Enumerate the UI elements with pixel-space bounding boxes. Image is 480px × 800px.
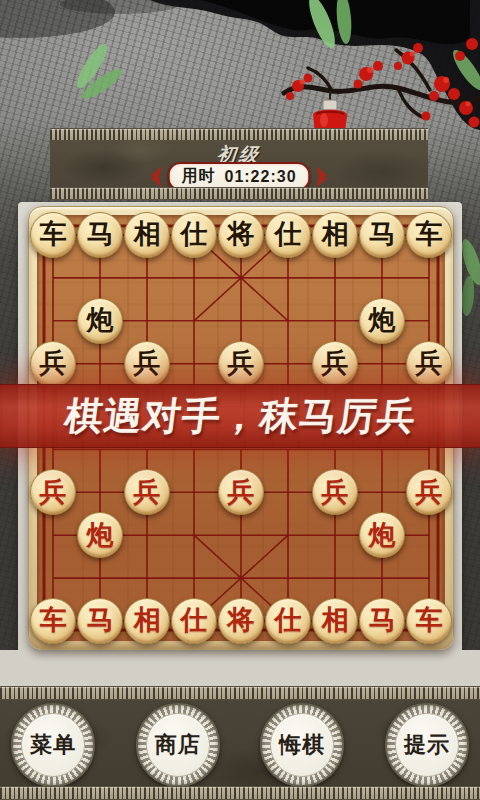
board-cell[interactable] — [359, 557, 406, 600]
piece-character: 兵 — [228, 479, 255, 506]
board-cell[interactable] — [265, 299, 312, 342]
hint-button[interactable]: 提示 — [385, 703, 469, 787]
piece-character: 炮 — [369, 307, 396, 334]
flourish-left-icon — [147, 166, 163, 188]
piece-red-soldier[interactable]: 兵 — [218, 469, 264, 515]
piece-red-elephant[interactable]: 相 — [124, 598, 170, 644]
piece-black-elephant[interactable]: 相 — [124, 212, 170, 258]
piece-character: 兵 — [40, 350, 67, 377]
piece-character: 炮 — [87, 307, 114, 334]
piece-red-soldier[interactable]: 兵 — [30, 469, 76, 515]
board-cell[interactable] — [30, 299, 77, 342]
toolbar-buttons: 菜单商店悔棋提示 — [0, 703, 480, 787]
piece-black-chariot[interactable]: 车 — [30, 212, 76, 258]
board-cell[interactable]: 相 — [124, 599, 171, 642]
banner-text: 棋遇对手，秣马厉兵 — [61, 391, 418, 442]
board-cell[interactable] — [171, 514, 218, 557]
board-cell[interactable]: 兵 — [124, 471, 171, 514]
board-cell[interactable] — [171, 471, 218, 514]
board-cell[interactable] — [406, 557, 453, 600]
meander-border-bottom — [0, 786, 480, 800]
timer-label: 用时 — [181, 166, 215, 187]
piece-black-general[interactable]: 将 — [218, 212, 264, 258]
button-label: 菜单 — [30, 730, 76, 760]
timer-badge: 用时 01:22:30 — [147, 164, 330, 189]
piece-character: 车 — [40, 607, 67, 634]
piece-black-soldier[interactable]: 兵 — [124, 341, 170, 387]
board-cell[interactable] — [312, 557, 359, 600]
piece-character: 马 — [87, 221, 114, 248]
board-cell[interactable] — [30, 514, 77, 557]
board-cell[interactable]: 仕 — [265, 214, 312, 257]
piece-black-advisor[interactable]: 仕 — [171, 212, 217, 258]
board-cell[interactable]: 车 — [30, 214, 77, 257]
board-cell[interactable] — [77, 471, 124, 514]
board-cell[interactable]: 车 — [406, 599, 453, 642]
board-cell[interactable]: 仕 — [265, 599, 312, 642]
board-cell[interactable]: 车 — [406, 214, 453, 257]
piece-black-soldier[interactable]: 兵 — [30, 341, 76, 387]
board-cell[interactable]: 兵 — [30, 342, 77, 385]
undo-button[interactable]: 悔棋 — [260, 703, 344, 787]
piece-red-soldier[interactable]: 兵 — [312, 469, 358, 515]
piece-red-advisor[interactable]: 仕 — [171, 598, 217, 644]
timer-value: 01:22:30 — [224, 168, 296, 186]
button-label: 悔棋 — [279, 730, 325, 760]
board-cell[interactable]: 将 — [218, 599, 265, 642]
board-cell[interactable] — [265, 557, 312, 600]
board-cell[interactable]: 车 — [30, 599, 77, 642]
board-cell[interactable]: 兵 — [406, 342, 453, 385]
button-face: 悔棋 — [270, 713, 334, 777]
meander-border-top — [50, 128, 428, 141]
piece-black-chariot[interactable]: 车 — [406, 212, 452, 258]
piece-character: 将 — [228, 221, 255, 248]
board-cell[interactable] — [265, 342, 312, 385]
piece-character: 仕 — [181, 607, 208, 634]
board-cell[interactable]: 相 — [124, 214, 171, 257]
piece-red-cannon[interactable]: 炮 — [359, 512, 405, 558]
piece-character: 相 — [322, 607, 349, 634]
piece-character: 仕 — [275, 607, 302, 634]
game-screen: 初级 用时 01:22:30 — [0, 0, 480, 800]
piece-red-horse[interactable]: 马 — [77, 598, 123, 644]
piece-character: 兵 — [40, 479, 67, 506]
board-cell[interactable]: 炮 — [77, 514, 124, 557]
board-cell[interactable] — [312, 514, 359, 557]
button-face: 商店 — [146, 713, 210, 777]
board-cell[interactable]: 马 — [359, 214, 406, 257]
board-cell[interactable] — [30, 557, 77, 600]
piece-character: 兵 — [416, 350, 443, 377]
piece-red-chariot[interactable]: 车 — [30, 598, 76, 644]
piece-black-cannon[interactable]: 炮 — [77, 298, 123, 344]
board-cell[interactable]: 兵 — [30, 471, 77, 514]
board-cell[interactable]: 将 — [218, 214, 265, 257]
board-cell[interactable]: 仕 — [171, 214, 218, 257]
piece-character: 兵 — [416, 479, 443, 506]
button-face: 提示 — [395, 713, 459, 777]
board-cell[interactable] — [77, 342, 124, 385]
button-label: 商店 — [155, 730, 201, 760]
piece-red-cannon[interactable]: 炮 — [77, 512, 123, 558]
meander-border-bottom — [50, 187, 428, 200]
piece-black-soldier[interactable]: 兵 — [218, 341, 264, 387]
piece-character: 车 — [416, 221, 443, 248]
piece-character: 兵 — [228, 350, 255, 377]
board-cell[interactable] — [312, 256, 359, 299]
board-cell[interactable] — [77, 557, 124, 600]
piece-red-soldier[interactable]: 兵 — [124, 469, 170, 515]
board-cell[interactable] — [218, 299, 265, 342]
board-cell[interactable] — [265, 514, 312, 557]
board-cell[interactable]: 兵 — [312, 471, 359, 514]
piece-character: 车 — [40, 221, 67, 248]
piece-character: 兵 — [322, 479, 349, 506]
piece-character: 将 — [228, 607, 255, 634]
piece-character: 相 — [322, 221, 349, 248]
board-cell[interactable] — [359, 471, 406, 514]
board-cell[interactable] — [359, 256, 406, 299]
board-cell[interactable] — [124, 557, 171, 600]
board-cell[interactable] — [406, 514, 453, 557]
board-cell[interactable] — [265, 471, 312, 514]
ink-wash-decoration — [0, 0, 480, 130]
board-cell[interactable] — [124, 256, 171, 299]
piece-black-horse[interactable]: 马 — [77, 212, 123, 258]
board-cell[interactable] — [406, 256, 453, 299]
piece-character: 仕 — [275, 221, 302, 248]
piece-character: 马 — [87, 607, 114, 634]
piece-character: 马 — [369, 607, 396, 634]
board-cell[interactable]: 兵 — [218, 471, 265, 514]
piece-character: 马 — [369, 221, 396, 248]
board-cell[interactable] — [77, 256, 124, 299]
board-cell[interactable] — [218, 514, 265, 557]
piece-red-horse[interactable]: 马 — [359, 598, 405, 644]
piece-red-general[interactable]: 将 — [218, 598, 264, 644]
board-cell[interactable]: 炮 — [77, 299, 124, 342]
board-cell[interactable] — [124, 514, 171, 557]
piece-character: 兵 — [134, 350, 161, 377]
piece-black-advisor[interactable]: 仕 — [265, 212, 311, 258]
board-cell[interactable] — [171, 557, 218, 600]
piece-character: 车 — [416, 607, 443, 634]
board-cell[interactable] — [312, 299, 359, 342]
piece-black-horse[interactable]: 马 — [359, 212, 405, 258]
board-cell[interactable] — [171, 299, 218, 342]
button-face: 菜单 — [21, 713, 85, 777]
board-cell[interactable]: 兵 — [124, 342, 171, 385]
board-cell[interactable]: 兵 — [218, 342, 265, 385]
board-cell[interactable]: 兵 — [312, 342, 359, 385]
piece-red-soldier[interactable]: 兵 — [406, 469, 452, 515]
board-cell[interactable] — [218, 256, 265, 299]
piece-character: 相 — [134, 221, 161, 248]
board-cell[interactable]: 兵 — [406, 471, 453, 514]
board-cell[interactable]: 相 — [312, 214, 359, 257]
board-cell[interactable] — [265, 256, 312, 299]
piece-character: 兵 — [322, 350, 349, 377]
button-label: 提示 — [404, 730, 450, 760]
board-cell[interactable] — [218, 557, 265, 600]
header-panel: 初级 用时 01:22:30 — [50, 128, 428, 200]
piece-character: 炮 — [87, 522, 114, 549]
board-cell[interactable]: 仕 — [171, 599, 218, 642]
board-cell[interactable] — [171, 256, 218, 299]
shop-button[interactable]: 商店 — [136, 703, 220, 787]
board-cell[interactable]: 相 — [312, 599, 359, 642]
piece-character: 仕 — [181, 221, 208, 248]
board-cell[interactable]: 炮 — [359, 514, 406, 557]
piece-black-elephant[interactable]: 相 — [312, 212, 358, 258]
board-cell[interactable]: 马 — [77, 214, 124, 257]
board-cell[interactable] — [124, 299, 171, 342]
piece-black-soldier[interactable]: 兵 — [312, 341, 358, 387]
piece-black-soldier[interactable]: 兵 — [406, 341, 452, 387]
board-cell[interactable] — [359, 342, 406, 385]
board-cell[interactable] — [30, 256, 77, 299]
piece-character: 炮 — [369, 522, 396, 549]
bottom-toolbar: 菜单商店悔棋提示 — [0, 686, 480, 800]
menu-button[interactable]: 菜单 — [11, 703, 95, 787]
piece-red-chariot[interactable]: 车 — [406, 598, 452, 644]
board-cell[interactable]: 炮 — [359, 299, 406, 342]
piece-red-advisor[interactable]: 仕 — [265, 598, 311, 644]
piece-black-cannon[interactable]: 炮 — [359, 298, 405, 344]
board-cell[interactable] — [171, 342, 218, 385]
board-cell[interactable] — [406, 299, 453, 342]
piece-red-elephant[interactable]: 相 — [312, 598, 358, 644]
message-banner: 棋遇对手，秣马厉兵 — [0, 384, 480, 448]
board-backing-strip — [0, 650, 480, 686]
piece-character: 相 — [134, 607, 161, 634]
board-cell[interactable]: 马 — [77, 599, 124, 642]
board-cell[interactable]: 马 — [359, 599, 406, 642]
meander-border-top — [0, 686, 480, 700]
plum-branch-decoration — [284, 38, 480, 128]
piece-character: 兵 — [134, 479, 161, 506]
flourish-right-icon — [315, 166, 331, 188]
